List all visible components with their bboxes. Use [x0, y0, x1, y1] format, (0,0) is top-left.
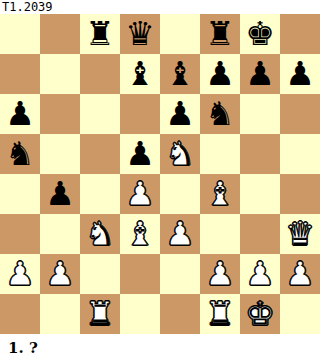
- square-f8[interactable]: ♜: [200, 14, 240, 54]
- black-pawn-icon: ♟: [45, 174, 75, 214]
- white-bishop-icon: ♝: [125, 214, 155, 254]
- square-h3[interactable]: ♛: [280, 214, 320, 254]
- square-h7[interactable]: ♟: [280, 54, 320, 94]
- black-rook-icon: ♜: [205, 14, 235, 54]
- square-e6[interactable]: ♟: [160, 94, 200, 134]
- square-g8[interactable]: ♚: [240, 14, 280, 54]
- square-f3[interactable]: [200, 214, 240, 254]
- black-knight-icon: ♞: [5, 134, 35, 174]
- white-pawn-icon: ♟: [125, 174, 155, 214]
- square-h8[interactable]: [280, 14, 320, 54]
- square-h6[interactable]: [280, 94, 320, 134]
- square-c1[interactable]: ♜: [80, 294, 120, 334]
- square-f4[interactable]: ♝: [200, 174, 240, 214]
- white-pawn-icon: ♟: [5, 254, 35, 294]
- square-c6[interactable]: [80, 94, 120, 134]
- square-c5[interactable]: [80, 134, 120, 174]
- square-a4[interactable]: [0, 174, 40, 214]
- chess-board: ♜♛♜♚♝♝♟♟♟♟♟♞♞♟♞♟♟♝♞♝♟♛♟♟♟♟♟♜♜♚: [0, 14, 320, 334]
- square-g6[interactable]: [240, 94, 280, 134]
- square-g4[interactable]: [240, 174, 280, 214]
- white-pawn-icon: ♟: [245, 254, 275, 294]
- square-h1[interactable]: [280, 294, 320, 334]
- square-b7[interactable]: [40, 54, 80, 94]
- square-b1[interactable]: [40, 294, 80, 334]
- white-rook-icon: ♜: [85, 294, 115, 334]
- square-e8[interactable]: [160, 14, 200, 54]
- square-h4[interactable]: [280, 174, 320, 214]
- black-rook-icon: ♜: [85, 14, 115, 54]
- square-c4[interactable]: [80, 174, 120, 214]
- puzzle-id-title: T1.2039: [0, 0, 320, 14]
- square-d2[interactable]: [120, 254, 160, 294]
- square-d8[interactable]: ♛: [120, 14, 160, 54]
- black-pawn-icon: ♟: [125, 134, 155, 174]
- square-e7[interactable]: ♝: [160, 54, 200, 94]
- white-pawn-icon: ♟: [45, 254, 75, 294]
- square-g1[interactable]: ♚: [240, 294, 280, 334]
- square-d7[interactable]: ♝: [120, 54, 160, 94]
- square-e1[interactable]: [160, 294, 200, 334]
- square-b2[interactable]: ♟: [40, 254, 80, 294]
- white-knight-icon: ♞: [85, 214, 115, 254]
- square-c3[interactable]: ♞: [80, 214, 120, 254]
- square-a8[interactable]: [0, 14, 40, 54]
- square-a1[interactable]: [0, 294, 40, 334]
- square-e3[interactable]: ♟: [160, 214, 200, 254]
- black-pawn-icon: ♟: [245, 54, 275, 94]
- black-bishop-icon: ♝: [125, 54, 155, 94]
- square-b3[interactable]: [40, 214, 80, 254]
- square-e5[interactable]: ♞: [160, 134, 200, 174]
- square-c8[interactable]: ♜: [80, 14, 120, 54]
- square-c2[interactable]: [80, 254, 120, 294]
- square-f5[interactable]: [200, 134, 240, 174]
- black-pawn-icon: ♟: [205, 54, 235, 94]
- square-b5[interactable]: [40, 134, 80, 174]
- square-a2[interactable]: ♟: [0, 254, 40, 294]
- white-rook-icon: ♜: [205, 294, 235, 334]
- square-h2[interactable]: ♟: [280, 254, 320, 294]
- square-b4[interactable]: ♟: [40, 174, 80, 214]
- square-a7[interactable]: [0, 54, 40, 94]
- square-g3[interactable]: [240, 214, 280, 254]
- square-e4[interactable]: [160, 174, 200, 214]
- white-knight-icon: ♞: [165, 134, 195, 174]
- square-d4[interactable]: ♟: [120, 174, 160, 214]
- square-d3[interactable]: ♝: [120, 214, 160, 254]
- white-pawn-icon: ♟: [165, 214, 195, 254]
- black-pawn-icon: ♟: [165, 94, 195, 134]
- chess-puzzle-page: T1.2039 ♜♛♜♚♝♝♟♟♟♟♟♞♞♟♞♟♟♝♞♝♟♛♟♟♟♟♟♜♜♚ 1…: [0, 0, 320, 360]
- square-d1[interactable]: [120, 294, 160, 334]
- square-g5[interactable]: [240, 134, 280, 174]
- square-h5[interactable]: [280, 134, 320, 174]
- square-e2[interactable]: [160, 254, 200, 294]
- square-g7[interactable]: ♟: [240, 54, 280, 94]
- square-a6[interactable]: ♟: [0, 94, 40, 134]
- square-b6[interactable]: [40, 94, 80, 134]
- white-pawn-icon: ♟: [205, 254, 235, 294]
- black-pawn-icon: ♟: [5, 94, 35, 134]
- square-f1[interactable]: ♜: [200, 294, 240, 334]
- square-f6[interactable]: ♞: [200, 94, 240, 134]
- black-pawn-icon: ♟: [285, 54, 315, 94]
- square-a3[interactable]: [0, 214, 40, 254]
- square-a5[interactable]: ♞: [0, 134, 40, 174]
- white-queen-icon: ♛: [285, 214, 315, 254]
- black-king-icon: ♚: [245, 14, 275, 54]
- square-f2[interactable]: ♟: [200, 254, 240, 294]
- square-d5[interactable]: ♟: [120, 134, 160, 174]
- square-f7[interactable]: ♟: [200, 54, 240, 94]
- square-g2[interactable]: ♟: [240, 254, 280, 294]
- white-king-icon: ♚: [245, 294, 275, 334]
- square-d6[interactable]: [120, 94, 160, 134]
- black-queen-icon: ♛: [125, 14, 155, 54]
- square-b8[interactable]: [40, 14, 80, 54]
- black-bishop-icon: ♝: [165, 54, 195, 94]
- square-c7[interactable]: [80, 54, 120, 94]
- white-pawn-icon: ♟: [285, 254, 315, 294]
- black-knight-icon: ♞: [205, 94, 235, 134]
- white-bishop-icon: ♝: [205, 174, 235, 214]
- move-prompt: 1. ?: [0, 334, 320, 360]
